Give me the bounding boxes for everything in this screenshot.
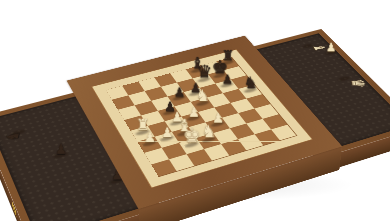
chess-set-photo: ♞♟♟ ♝♟♛ ♜♝♚♛♟♟♟♟♞♞♜♟♟♟♟♝♟♚♞	[0, 0, 390, 221]
white-knight-glyph: ♞	[191, 88, 215, 104]
black-pawn-glyph: ♟	[216, 73, 239, 86]
scene: ♞♟♟ ♝♟♛ ♜♝♚♛♟♟♟♟♞♞♜♟♟♟♟♝♟♚♞	[0, 0, 390, 221]
white-queen-glyph: ♛	[348, 76, 368, 90]
black-queen-glyph: ♛	[193, 63, 216, 80]
white-king-glyph: ♚	[179, 125, 204, 145]
white-pawn-glyph: ♟	[320, 41, 342, 53]
black-knight-glyph: ♞	[239, 75, 262, 91]
white-pawn-glyph: ♟	[137, 131, 162, 145]
black-pawn-glyph: ♟	[48, 142, 73, 156]
black-pawn-glyph: ♟	[168, 86, 192, 99]
brass-latch-icon[interactable]	[12, 200, 17, 218]
